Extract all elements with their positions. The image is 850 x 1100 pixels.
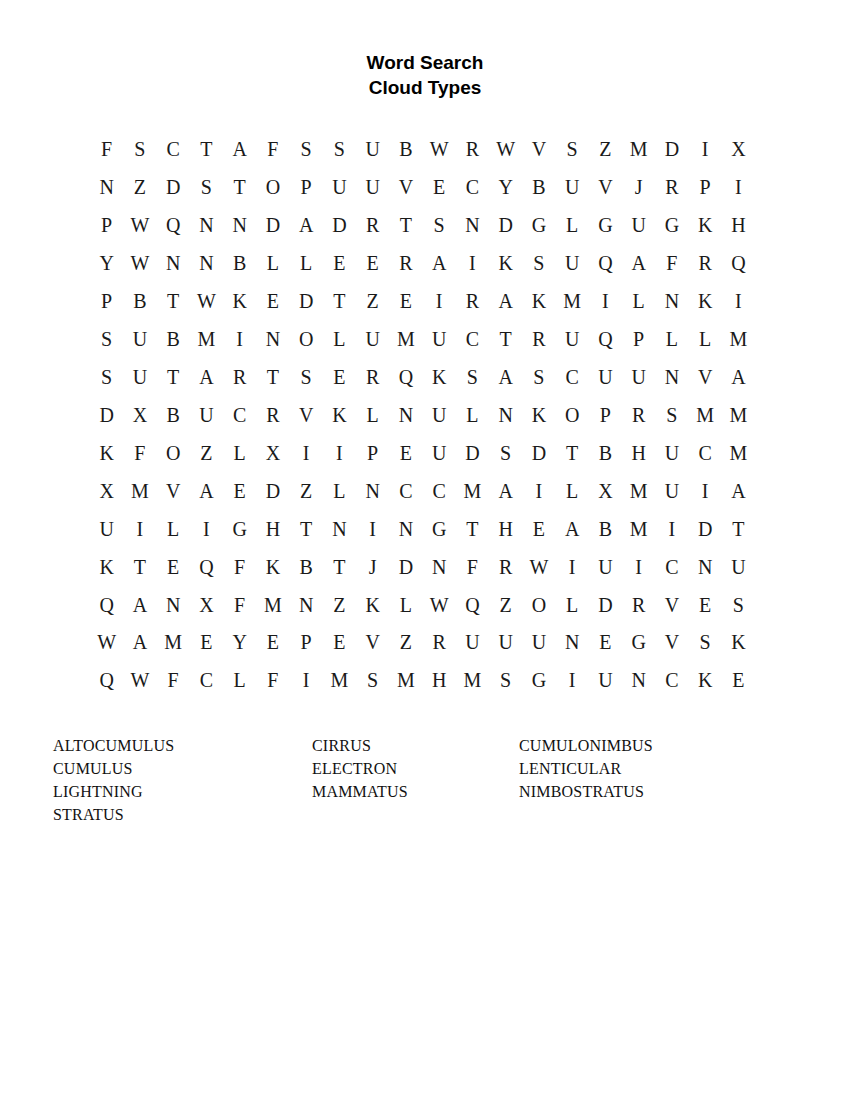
grid-cell[interactable]: N: [389, 396, 422, 434]
grid-cell[interactable]: U: [423, 321, 456, 359]
grid-cell[interactable]: R: [522, 321, 555, 359]
grid-cell[interactable]: U: [589, 662, 622, 700]
grid-cell[interactable]: W: [423, 586, 456, 624]
grid-cell[interactable]: R: [223, 359, 256, 397]
grid-cell[interactable]: H: [489, 510, 522, 548]
grid-cell[interactable]: R: [356, 359, 389, 397]
grid-cell[interactable]: S: [123, 131, 156, 169]
grid-cell[interactable]: B: [123, 283, 156, 321]
grid-cell[interactable]: S: [655, 396, 688, 434]
grid-cell[interactable]: S: [90, 359, 123, 397]
grid-cell[interactable]: E: [157, 548, 190, 586]
grid-cell[interactable]: L: [655, 321, 688, 359]
grid-cell[interactable]: I: [190, 510, 223, 548]
grid-cell[interactable]: H: [722, 207, 755, 245]
grid-cell[interactable]: G: [522, 207, 555, 245]
grid-cell[interactable]: Z: [290, 472, 323, 510]
grid-cell[interactable]: T: [123, 548, 156, 586]
grid-cell[interactable]: S: [689, 624, 722, 662]
grid-cell[interactable]: M: [456, 662, 489, 700]
grid-cell[interactable]: S: [522, 359, 555, 397]
grid-cell[interactable]: S: [290, 131, 323, 169]
grid-cell[interactable]: E: [589, 624, 622, 662]
grid-cell[interactable]: O: [256, 169, 289, 207]
grid-cell[interactable]: U: [356, 321, 389, 359]
grid-cell[interactable]: D: [655, 131, 688, 169]
grid-cell[interactable]: Q: [157, 207, 190, 245]
grid-cell[interactable]: B: [522, 169, 555, 207]
grid-cell[interactable]: D: [689, 510, 722, 548]
grid-cell[interactable]: W: [190, 283, 223, 321]
grid-cell[interactable]: K: [223, 283, 256, 321]
grid-cell[interactable]: A: [722, 359, 755, 397]
grid-cell[interactable]: U: [323, 169, 356, 207]
grid-cell[interactable]: L: [290, 245, 323, 283]
word-search-grid[interactable]: FSCTAFSSUBWRWVSZMDIXNZDSTOPUUVECYBUVJRPI…: [90, 131, 755, 700]
grid-cell[interactable]: T: [722, 510, 755, 548]
grid-cell[interactable]: I: [622, 548, 655, 586]
grid-cell[interactable]: C: [389, 472, 422, 510]
grid-cell[interactable]: U: [589, 548, 622, 586]
grid-cell[interactable]: M: [622, 131, 655, 169]
grid-cell[interactable]: T: [157, 283, 190, 321]
grid-cell[interactable]: Z: [323, 586, 356, 624]
grid-cell[interactable]: G: [589, 207, 622, 245]
grid-cell[interactable]: P: [90, 283, 123, 321]
grid-cell[interactable]: L: [223, 434, 256, 472]
grid-cell[interactable]: I: [589, 283, 622, 321]
grid-cell[interactable]: D: [256, 472, 289, 510]
grid-cell[interactable]: W: [489, 131, 522, 169]
grid-cell[interactable]: Y: [489, 169, 522, 207]
grid-cell[interactable]: J: [622, 169, 655, 207]
grid-cell[interactable]: U: [423, 434, 456, 472]
grid-cell[interactable]: Z: [123, 169, 156, 207]
grid-cell[interactable]: S: [356, 662, 389, 700]
grid-cell[interactable]: M: [256, 586, 289, 624]
grid-cell[interactable]: K: [90, 548, 123, 586]
grid-cell[interactable]: L: [223, 662, 256, 700]
grid-cell[interactable]: O: [157, 434, 190, 472]
grid-cell[interactable]: B: [223, 245, 256, 283]
grid-cell[interactable]: Z: [190, 434, 223, 472]
grid-cell[interactable]: S: [290, 359, 323, 397]
grid-cell[interactable]: N: [356, 472, 389, 510]
grid-cell[interactable]: M: [389, 662, 422, 700]
grid-cell[interactable]: K: [689, 283, 722, 321]
grid-cell[interactable]: M: [323, 662, 356, 700]
grid-cell[interactable]: L: [356, 396, 389, 434]
grid-cell[interactable]: I: [689, 472, 722, 510]
grid-cell[interactable]: H: [622, 434, 655, 472]
grid-cell[interactable]: S: [722, 586, 755, 624]
grid-cell[interactable]: K: [489, 245, 522, 283]
grid-cell[interactable]: E: [323, 624, 356, 662]
grid-cell[interactable]: A: [190, 472, 223, 510]
grid-cell[interactable]: X: [123, 396, 156, 434]
grid-cell[interactable]: T: [456, 510, 489, 548]
grid-cell[interactable]: N: [423, 548, 456, 586]
grid-cell[interactable]: M: [722, 321, 755, 359]
grid-cell[interactable]: K: [356, 586, 389, 624]
grid-cell[interactable]: T: [323, 548, 356, 586]
grid-cell[interactable]: L: [556, 472, 589, 510]
grid-cell[interactable]: V: [589, 169, 622, 207]
grid-cell[interactable]: A: [489, 359, 522, 397]
grid-cell[interactable]: H: [423, 662, 456, 700]
grid-cell[interactable]: K: [423, 359, 456, 397]
grid-cell[interactable]: I: [223, 321, 256, 359]
grid-cell[interactable]: W: [522, 548, 555, 586]
grid-cell[interactable]: S: [456, 359, 489, 397]
grid-cell[interactable]: T: [223, 169, 256, 207]
grid-cell[interactable]: N: [323, 510, 356, 548]
grid-cell[interactable]: A: [223, 131, 256, 169]
grid-cell[interactable]: A: [556, 510, 589, 548]
grid-cell[interactable]: K: [689, 207, 722, 245]
grid-cell[interactable]: U: [423, 396, 456, 434]
grid-cell[interactable]: I: [556, 548, 589, 586]
grid-cell[interactable]: K: [256, 548, 289, 586]
grid-cell[interactable]: D: [489, 207, 522, 245]
grid-cell[interactable]: U: [655, 472, 688, 510]
grid-cell[interactable]: C: [456, 169, 489, 207]
grid-cell[interactable]: U: [556, 169, 589, 207]
grid-cell[interactable]: S: [423, 207, 456, 245]
grid-cell[interactable]: E: [356, 245, 389, 283]
grid-cell[interactable]: L: [456, 396, 489, 434]
grid-cell[interactable]: M: [389, 321, 422, 359]
grid-cell[interactable]: S: [489, 434, 522, 472]
grid-cell[interactable]: I: [356, 510, 389, 548]
grid-cell[interactable]: G: [423, 510, 456, 548]
grid-cell[interactable]: L: [622, 283, 655, 321]
grid-cell[interactable]: V: [389, 169, 422, 207]
grid-cell[interactable]: D: [589, 586, 622, 624]
grid-cell[interactable]: L: [389, 586, 422, 624]
grid-cell[interactable]: N: [157, 586, 190, 624]
grid-cell[interactable]: A: [123, 624, 156, 662]
grid-cell[interactable]: D: [157, 169, 190, 207]
grid-cell[interactable]: A: [290, 207, 323, 245]
grid-cell[interactable]: Q: [190, 548, 223, 586]
grid-cell[interactable]: E: [722, 662, 755, 700]
grid-cell[interactable]: U: [190, 396, 223, 434]
grid-cell[interactable]: O: [556, 396, 589, 434]
grid-cell[interactable]: Y: [90, 245, 123, 283]
grid-cell[interactable]: I: [722, 169, 755, 207]
grid-cell[interactable]: R: [356, 207, 389, 245]
grid-cell[interactable]: F: [90, 131, 123, 169]
grid-cell[interactable]: T: [323, 283, 356, 321]
grid-cell[interactable]: U: [456, 624, 489, 662]
grid-cell[interactable]: I: [290, 434, 323, 472]
grid-cell[interactable]: R: [622, 396, 655, 434]
grid-cell[interactable]: F: [223, 586, 256, 624]
grid-cell[interactable]: Z: [489, 586, 522, 624]
grid-cell[interactable]: N: [556, 624, 589, 662]
grid-cell[interactable]: A: [123, 586, 156, 624]
grid-cell[interactable]: L: [689, 321, 722, 359]
grid-cell[interactable]: R: [256, 396, 289, 434]
grid-cell[interactable]: R: [489, 548, 522, 586]
grid-cell[interactable]: N: [622, 662, 655, 700]
grid-cell[interactable]: C: [689, 434, 722, 472]
grid-cell[interactable]: P: [290, 624, 323, 662]
grid-cell[interactable]: I: [123, 510, 156, 548]
grid-cell[interactable]: E: [522, 510, 555, 548]
grid-cell[interactable]: S: [190, 169, 223, 207]
grid-cell[interactable]: F: [223, 548, 256, 586]
grid-cell[interactable]: M: [456, 472, 489, 510]
grid-cell[interactable]: V: [689, 359, 722, 397]
grid-cell[interactable]: O: [522, 586, 555, 624]
grid-cell[interactable]: M: [722, 434, 755, 472]
grid-cell[interactable]: V: [356, 624, 389, 662]
grid-cell[interactable]: M: [556, 283, 589, 321]
grid-cell[interactable]: I: [522, 472, 555, 510]
grid-cell[interactable]: M: [157, 624, 190, 662]
grid-cell[interactable]: E: [389, 283, 422, 321]
grid-cell[interactable]: T: [489, 321, 522, 359]
grid-cell[interactable]: U: [722, 548, 755, 586]
grid-cell[interactable]: A: [423, 245, 456, 283]
grid-cell[interactable]: Q: [90, 586, 123, 624]
grid-cell[interactable]: G: [655, 207, 688, 245]
grid-cell[interactable]: X: [190, 586, 223, 624]
grid-cell[interactable]: U: [123, 359, 156, 397]
grid-cell[interactable]: W: [423, 131, 456, 169]
grid-cell[interactable]: N: [223, 207, 256, 245]
grid-cell[interactable]: U: [589, 359, 622, 397]
grid-cell[interactable]: N: [90, 169, 123, 207]
grid-cell[interactable]: U: [356, 131, 389, 169]
grid-cell[interactable]: P: [90, 207, 123, 245]
grid-cell[interactable]: G: [522, 662, 555, 700]
grid-cell[interactable]: P: [356, 434, 389, 472]
grid-cell[interactable]: N: [190, 207, 223, 245]
grid-cell[interactable]: E: [223, 472, 256, 510]
grid-cell[interactable]: C: [655, 548, 688, 586]
grid-cell[interactable]: V: [290, 396, 323, 434]
grid-cell[interactable]: E: [323, 245, 356, 283]
grid-cell[interactable]: V: [522, 131, 555, 169]
grid-cell[interactable]: N: [489, 396, 522, 434]
grid-cell[interactable]: K: [323, 396, 356, 434]
grid-cell[interactable]: P: [290, 169, 323, 207]
grid-cell[interactable]: L: [556, 586, 589, 624]
grid-cell[interactable]: N: [655, 359, 688, 397]
grid-cell[interactable]: D: [456, 434, 489, 472]
grid-cell[interactable]: R: [689, 245, 722, 283]
grid-cell[interactable]: E: [689, 586, 722, 624]
grid-cell[interactable]: D: [323, 207, 356, 245]
grid-cell[interactable]: I: [456, 245, 489, 283]
grid-cell[interactable]: W: [90, 624, 123, 662]
grid-cell[interactable]: M: [622, 510, 655, 548]
grid-cell[interactable]: K: [722, 624, 755, 662]
grid-cell[interactable]: I: [290, 662, 323, 700]
grid-cell[interactable]: L: [157, 510, 190, 548]
grid-cell[interactable]: K: [522, 283, 555, 321]
grid-cell[interactable]: V: [655, 624, 688, 662]
grid-cell[interactable]: P: [589, 396, 622, 434]
grid-cell[interactable]: X: [256, 434, 289, 472]
grid-cell[interactable]: T: [256, 359, 289, 397]
grid-cell[interactable]: B: [389, 131, 422, 169]
grid-cell[interactable]: E: [256, 283, 289, 321]
grid-cell[interactable]: E: [423, 169, 456, 207]
grid-cell[interactable]: O: [290, 321, 323, 359]
grid-cell[interactable]: B: [157, 321, 190, 359]
grid-cell[interactable]: C: [556, 359, 589, 397]
grid-cell[interactable]: F: [256, 662, 289, 700]
grid-cell[interactable]: M: [123, 472, 156, 510]
grid-cell[interactable]: R: [655, 169, 688, 207]
grid-cell[interactable]: M: [622, 472, 655, 510]
grid-cell[interactable]: W: [123, 245, 156, 283]
grid-cell[interactable]: F: [655, 245, 688, 283]
grid-cell[interactable]: U: [556, 245, 589, 283]
grid-cell[interactable]: S: [90, 321, 123, 359]
grid-cell[interactable]: X: [589, 472, 622, 510]
grid-cell[interactable]: D: [389, 548, 422, 586]
grid-cell[interactable]: D: [90, 396, 123, 434]
grid-cell[interactable]: T: [157, 359, 190, 397]
grid-cell[interactable]: F: [256, 131, 289, 169]
grid-cell[interactable]: E: [190, 624, 223, 662]
grid-cell[interactable]: X: [90, 472, 123, 510]
grid-cell[interactable]: U: [556, 321, 589, 359]
grid-cell[interactable]: H: [256, 510, 289, 548]
grid-cell[interactable]: R: [389, 245, 422, 283]
grid-cell[interactable]: S: [323, 131, 356, 169]
grid-cell[interactable]: D: [290, 283, 323, 321]
grid-cell[interactable]: I: [689, 131, 722, 169]
grid-cell[interactable]: U: [655, 434, 688, 472]
grid-cell[interactable]: K: [689, 662, 722, 700]
grid-cell[interactable]: I: [722, 283, 755, 321]
grid-cell[interactable]: U: [622, 359, 655, 397]
grid-cell[interactable]: C: [223, 396, 256, 434]
grid-cell[interactable]: U: [356, 169, 389, 207]
grid-cell[interactable]: F: [456, 548, 489, 586]
grid-cell[interactable]: R: [423, 624, 456, 662]
grid-cell[interactable]: L: [556, 207, 589, 245]
grid-cell[interactable]: N: [655, 283, 688, 321]
grid-cell[interactable]: N: [456, 207, 489, 245]
grid-cell[interactable]: I: [556, 662, 589, 700]
grid-cell[interactable]: U: [123, 321, 156, 359]
grid-cell[interactable]: G: [223, 510, 256, 548]
grid-cell[interactable]: D: [256, 207, 289, 245]
grid-cell[interactable]: A: [489, 472, 522, 510]
grid-cell[interactable]: G: [622, 624, 655, 662]
grid-cell[interactable]: N: [190, 245, 223, 283]
grid-cell[interactable]: N: [256, 321, 289, 359]
grid-cell[interactable]: Z: [389, 624, 422, 662]
grid-cell[interactable]: Z: [356, 283, 389, 321]
grid-cell[interactable]: J: [356, 548, 389, 586]
grid-cell[interactable]: C: [190, 662, 223, 700]
grid-cell[interactable]: I: [423, 283, 456, 321]
grid-cell[interactable]: Q: [456, 586, 489, 624]
grid-cell[interactable]: C: [456, 321, 489, 359]
grid-cell[interactable]: T: [290, 510, 323, 548]
grid-cell[interactable]: R: [456, 131, 489, 169]
grid-cell[interactable]: U: [489, 624, 522, 662]
grid-cell[interactable]: W: [123, 207, 156, 245]
grid-cell[interactable]: P: [622, 321, 655, 359]
grid-cell[interactable]: Q: [722, 245, 755, 283]
grid-cell[interactable]: I: [655, 510, 688, 548]
grid-cell[interactable]: S: [522, 245, 555, 283]
grid-cell[interactable]: F: [157, 662, 190, 700]
grid-cell[interactable]: C: [423, 472, 456, 510]
grid-cell[interactable]: Q: [90, 662, 123, 700]
grid-cell[interactable]: V: [157, 472, 190, 510]
grid-cell[interactable]: M: [190, 321, 223, 359]
grid-cell[interactable]: T: [389, 207, 422, 245]
grid-cell[interactable]: B: [589, 434, 622, 472]
grid-cell[interactable]: L: [323, 472, 356, 510]
grid-cell[interactable]: C: [157, 131, 190, 169]
grid-cell[interactable]: B: [157, 396, 190, 434]
grid-cell[interactable]: R: [456, 283, 489, 321]
grid-cell[interactable]: Y: [223, 624, 256, 662]
grid-cell[interactable]: D: [522, 434, 555, 472]
grid-cell[interactable]: T: [556, 434, 589, 472]
grid-cell[interactable]: I: [323, 434, 356, 472]
grid-cell[interactable]: Z: [589, 131, 622, 169]
grid-cell[interactable]: A: [489, 283, 522, 321]
grid-cell[interactable]: Q: [389, 359, 422, 397]
grid-cell[interactable]: N: [389, 510, 422, 548]
grid-cell[interactable]: W: [123, 662, 156, 700]
grid-cell[interactable]: M: [722, 396, 755, 434]
grid-cell[interactable]: B: [589, 510, 622, 548]
grid-cell[interactable]: A: [622, 245, 655, 283]
grid-cell[interactable]: C: [655, 662, 688, 700]
grid-cell[interactable]: U: [622, 207, 655, 245]
grid-cell[interactable]: N: [689, 548, 722, 586]
grid-cell[interactable]: T: [190, 131, 223, 169]
grid-cell[interactable]: A: [190, 359, 223, 397]
grid-cell[interactable]: L: [323, 321, 356, 359]
grid-cell[interactable]: U: [522, 624, 555, 662]
grid-cell[interactable]: R: [622, 586, 655, 624]
grid-cell[interactable]: E: [256, 624, 289, 662]
grid-cell[interactable]: U: [90, 510, 123, 548]
grid-cell[interactable]: K: [522, 396, 555, 434]
grid-cell[interactable]: S: [556, 131, 589, 169]
grid-cell[interactable]: V: [655, 586, 688, 624]
grid-cell[interactable]: S: [489, 662, 522, 700]
grid-cell[interactable]: L: [256, 245, 289, 283]
grid-cell[interactable]: M: [689, 396, 722, 434]
grid-cell[interactable]: N: [290, 586, 323, 624]
grid-cell[interactable]: A: [722, 472, 755, 510]
grid-cell[interactable]: N: [157, 245, 190, 283]
grid-cell[interactable]: Q: [589, 321, 622, 359]
grid-cell[interactable]: E: [323, 359, 356, 397]
grid-cell[interactable]: K: [90, 434, 123, 472]
grid-cell[interactable]: E: [389, 434, 422, 472]
grid-cell[interactable]: F: [123, 434, 156, 472]
grid-cell[interactable]: X: [722, 131, 755, 169]
grid-cell[interactable]: P: [689, 169, 722, 207]
grid-cell[interactable]: Q: [589, 245, 622, 283]
